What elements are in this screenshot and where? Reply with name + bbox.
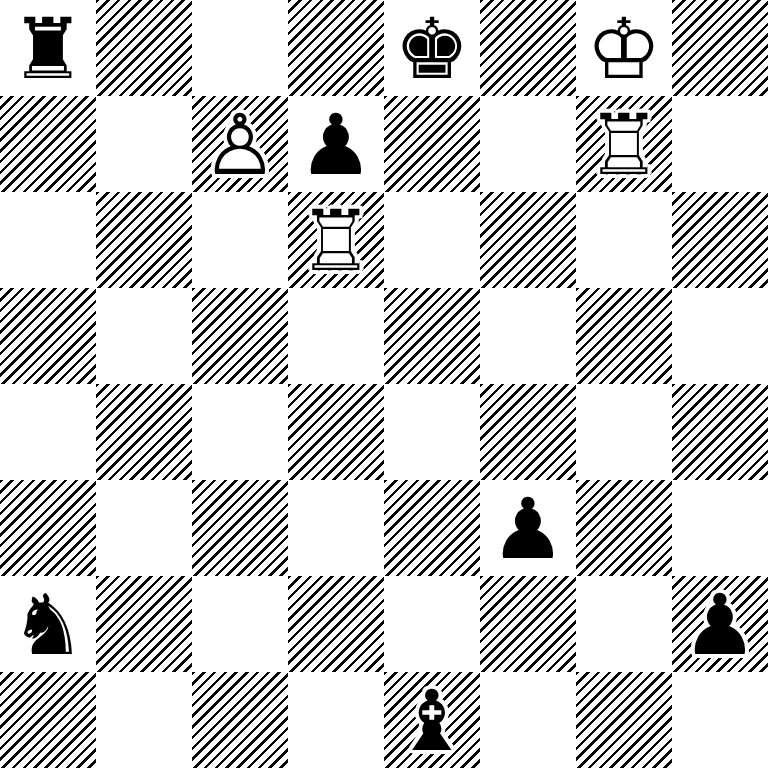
square-h6[interactable]	[672, 192, 768, 288]
square-e5[interactable]	[384, 288, 480, 384]
square-h2[interactable]: ♟♟	[672, 576, 768, 672]
square-h3[interactable]	[672, 480, 768, 576]
square-d5[interactable]	[288, 288, 384, 384]
piece-fill: ♜	[0, 0, 96, 96]
square-d4[interactable]	[288, 384, 384, 480]
piece-outline: ♖	[288, 192, 384, 288]
square-g4[interactable]	[576, 384, 672, 480]
square-g3[interactable]	[576, 480, 672, 576]
square-c8[interactable]	[192, 0, 288, 96]
square-c6[interactable]	[192, 192, 288, 288]
square-g2[interactable]	[576, 576, 672, 672]
white-pawn: ♟♟♙	[192, 96, 288, 192]
square-d7[interactable]: ♟♟	[288, 96, 384, 192]
square-b2[interactable]	[96, 576, 192, 672]
square-a5[interactable]	[0, 288, 96, 384]
square-h4[interactable]	[672, 384, 768, 480]
square-g8[interactable]: ♚♚♔	[576, 0, 672, 96]
piece-fill: ♚	[384, 0, 480, 96]
square-h7[interactable]	[672, 96, 768, 192]
square-h8[interactable]	[672, 0, 768, 96]
chess-board: ♜♜♚♚♚♚♔♟♟♙♟♟♜♜♖♜♜♖♟♟♞♞♟♟♝♝	[0, 0, 768, 768]
square-g1[interactable]	[576, 672, 672, 768]
white-rook: ♜♜♖	[576, 96, 672, 192]
square-h5[interactable]	[672, 288, 768, 384]
square-d8[interactable]	[288, 0, 384, 96]
square-c4[interactable]	[192, 384, 288, 480]
square-e3[interactable]	[384, 480, 480, 576]
black-pawn: ♟♟	[672, 576, 768, 672]
square-e6[interactable]	[384, 192, 480, 288]
square-a7[interactable]	[0, 96, 96, 192]
square-b8[interactable]	[96, 0, 192, 96]
piece-fill: ♝	[384, 672, 480, 768]
square-b7[interactable]	[96, 96, 192, 192]
square-f5[interactable]	[480, 288, 576, 384]
black-pawn: ♟♟	[288, 96, 384, 192]
square-f1[interactable]	[480, 672, 576, 768]
square-d2[interactable]	[288, 576, 384, 672]
square-a3[interactable]	[0, 480, 96, 576]
square-b1[interactable]	[96, 672, 192, 768]
piece-fill: ♟	[672, 576, 768, 672]
square-a1[interactable]	[0, 672, 96, 768]
square-e4[interactable]	[384, 384, 480, 480]
piece-fill: ♞	[0, 576, 96, 672]
square-e1[interactable]: ♝♝	[384, 672, 480, 768]
piece-outline: ♙	[192, 96, 288, 192]
square-c7[interactable]: ♟♟♙	[192, 96, 288, 192]
square-f8[interactable]	[480, 0, 576, 96]
square-c2[interactable]	[192, 576, 288, 672]
square-f6[interactable]	[480, 192, 576, 288]
square-f4[interactable]	[480, 384, 576, 480]
square-f3[interactable]: ♟♟	[480, 480, 576, 576]
square-b4[interactable]	[96, 384, 192, 480]
black-knight: ♞♞	[0, 576, 96, 672]
square-c3[interactable]	[192, 480, 288, 576]
square-g7[interactable]: ♜♜♖	[576, 96, 672, 192]
black-bishop: ♝♝	[384, 672, 480, 768]
square-a2[interactable]: ♞♞	[0, 576, 96, 672]
piece-outline: ♖	[576, 96, 672, 192]
square-c5[interactable]	[192, 288, 288, 384]
white-king: ♚♚♔	[576, 0, 672, 96]
black-king: ♚♚	[384, 0, 480, 96]
square-a4[interactable]	[0, 384, 96, 480]
square-g5[interactable]	[576, 288, 672, 384]
square-f2[interactable]	[480, 576, 576, 672]
square-a6[interactable]	[0, 192, 96, 288]
square-f7[interactable]	[480, 96, 576, 192]
square-g6[interactable]	[576, 192, 672, 288]
white-rook: ♜♜♖	[288, 192, 384, 288]
square-e8[interactable]: ♚♚	[384, 0, 480, 96]
square-d6[interactable]: ♜♜♖	[288, 192, 384, 288]
square-b5[interactable]	[96, 288, 192, 384]
square-b6[interactable]	[96, 192, 192, 288]
square-d3[interactable]	[288, 480, 384, 576]
square-a8[interactable]: ♜♜	[0, 0, 96, 96]
square-d1[interactable]	[288, 672, 384, 768]
square-e7[interactable]	[384, 96, 480, 192]
square-b3[interactable]	[96, 480, 192, 576]
square-h1[interactable]	[672, 672, 768, 768]
square-e2[interactable]	[384, 576, 480, 672]
black-pawn: ♟♟	[480, 480, 576, 576]
square-c1[interactable]	[192, 672, 288, 768]
piece-outline: ♔	[576, 0, 672, 96]
black-rook: ♜♜	[0, 0, 96, 96]
piece-fill: ♟	[288, 96, 384, 192]
piece-fill: ♟	[480, 480, 576, 576]
